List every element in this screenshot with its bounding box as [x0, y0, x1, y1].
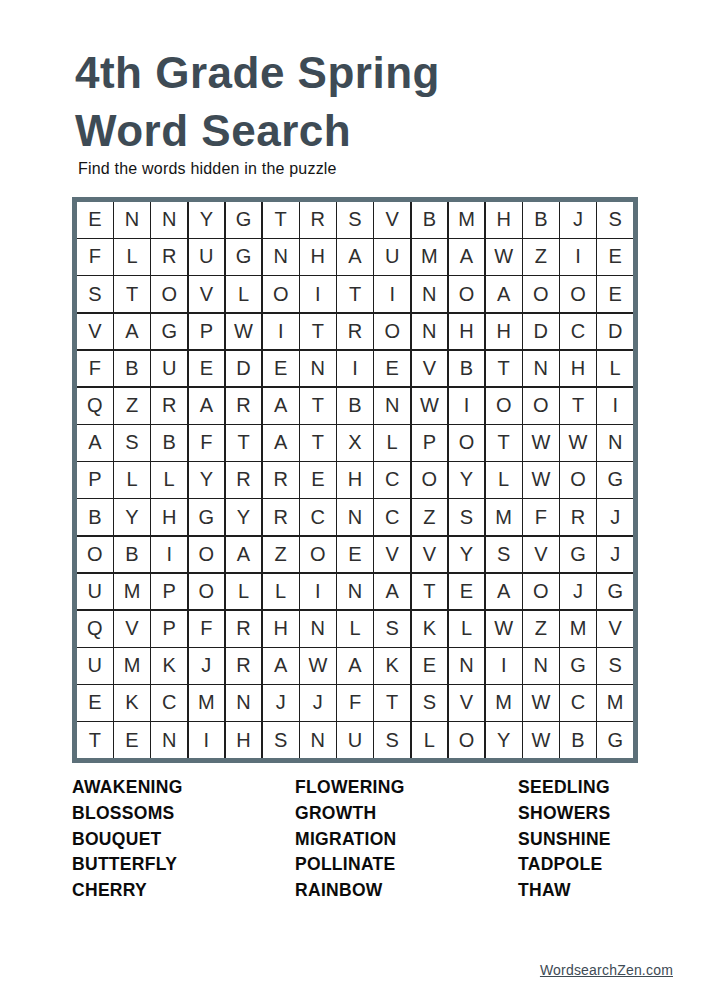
grid-cell-r1c6: T: [263, 202, 299, 238]
grid-cell-r15c8: U: [337, 722, 373, 758]
grid-cell-r2c3: R: [151, 239, 187, 275]
grid-cell-r10c14: G: [560, 537, 596, 573]
grid-cell-r15c1: T: [77, 722, 113, 758]
grid-cell-r14c8: F: [337, 685, 373, 721]
grid-cell-r4c13: D: [523, 314, 559, 350]
grid-cell-r3c13: O: [523, 276, 559, 312]
grid-cell-r2c4: U: [189, 239, 225, 275]
grid-cell-r2c7: H: [300, 239, 336, 275]
grid-cell-r10c15: J: [597, 537, 633, 573]
grid-cell-r5c2: B: [114, 351, 150, 387]
grid-cell-r5c4: E: [189, 351, 225, 387]
grid-cell-r6c6: A: [263, 388, 299, 424]
grid-cell-r11c9: A: [374, 574, 410, 610]
grid-cell-r14c15: M: [597, 685, 633, 721]
grid-cell-r12c7: N: [300, 611, 336, 647]
grid-cell-r14c10: S: [412, 685, 448, 721]
grid-cell-r3c7: I: [300, 276, 336, 312]
grid-cell-r10c11: Y: [449, 537, 485, 573]
grid-cell-r7c9: L: [374, 425, 410, 461]
grid-cell-r10c9: V: [374, 537, 410, 573]
grid-cell-r8c10: O: [412, 462, 448, 498]
grid-cell-r12c12: W: [486, 611, 522, 647]
grid-cell-r9c8: N: [337, 499, 373, 535]
grid-cell-r4c10: N: [412, 314, 448, 350]
grid-cell-r4c14: C: [560, 314, 596, 350]
grid-cell-r8c1: P: [77, 462, 113, 498]
grid-cell-r4c4: P: [189, 314, 225, 350]
grid-cell-r9c13: F: [523, 499, 559, 535]
grid-cell-r15c11: O: [449, 722, 485, 758]
grid-cell-r4c11: H: [449, 314, 485, 350]
grid-cell-r5c11: B: [449, 351, 485, 387]
grid-cell-r10c2: B: [114, 537, 150, 573]
grid-cell-r8c3: L: [151, 462, 187, 498]
grid-cell-r1c2: N: [114, 202, 150, 238]
word-item: BOUQUET: [72, 827, 295, 853]
grid-cell-r15c13: W: [523, 722, 559, 758]
grid-cell-r12c4: F: [189, 611, 225, 647]
grid-cell-r5c1: F: [77, 351, 113, 387]
grid-cell-r12c1: Q: [77, 611, 113, 647]
grid-cell-r5c8: I: [337, 351, 373, 387]
grid-cell-r3c14: O: [560, 276, 596, 312]
grid-cell-r7c3: B: [151, 425, 187, 461]
page-title-line2: Word Search: [75, 102, 440, 160]
grid-cell-r13c14: G: [560, 648, 596, 684]
grid-cell-r2c14: I: [560, 239, 596, 275]
grid-cell-r5c3: U: [151, 351, 187, 387]
grid-cell-r11c14: J: [560, 574, 596, 610]
grid-cell-r11c2: M: [114, 574, 150, 610]
grid-cell-r6c11: I: [449, 388, 485, 424]
grid-cell-r4c6: I: [263, 314, 299, 350]
grid-cell-r7c12: T: [486, 425, 522, 461]
word-list-column-2: FLOWERINGGROWTHMIGRATIONPOLLINATERAINBOW: [295, 775, 518, 904]
grid-cell-r10c12: S: [486, 537, 522, 573]
grid-cell-r11c8: N: [337, 574, 373, 610]
grid-cell-r2c1: F: [77, 239, 113, 275]
grid-cell-r6c9: N: [374, 388, 410, 424]
grid-cell-r8c6: R: [263, 462, 299, 498]
grid-cell-r14c9: T: [374, 685, 410, 721]
grid-cell-r15c6: S: [263, 722, 299, 758]
grid-cell-r13c1: U: [77, 648, 113, 684]
grid-cell-r14c11: V: [449, 685, 485, 721]
grid-cell-r8c4: Y: [189, 462, 225, 498]
grid-cell-r15c9: S: [374, 722, 410, 758]
grid-cell-r6c12: O: [486, 388, 522, 424]
grid-cell-r8c14: O: [560, 462, 596, 498]
grid-cell-r1c3: N: [151, 202, 187, 238]
grid-cell-r8c7: E: [300, 462, 336, 498]
grid-cell-r9c1: B: [77, 499, 113, 535]
grid-cell-r5c6: E: [263, 351, 299, 387]
grid-cell-r11c10: T: [412, 574, 448, 610]
grid-cell-r10c4: O: [189, 537, 225, 573]
grid-cell-r3c10: N: [412, 276, 448, 312]
grid-cell-r4c2: A: [114, 314, 150, 350]
grid-cell-r8c2: L: [114, 462, 150, 498]
grid-cell-r2c15: E: [597, 239, 633, 275]
grid-cell-r8c8: H: [337, 462, 373, 498]
grid-cell-r9c3: H: [151, 499, 187, 535]
grid-cell-r4c7: T: [300, 314, 336, 350]
grid-cell-r7c8: X: [337, 425, 373, 461]
grid-cell-r13c15: S: [597, 648, 633, 684]
grid-cell-r1c12: H: [486, 202, 522, 238]
grid-cell-r5c7: N: [300, 351, 336, 387]
grid-cell-r9c15: J: [597, 499, 633, 535]
grid-cell-r5c9: E: [374, 351, 410, 387]
grid-cell-r8c9: C: [374, 462, 410, 498]
grid-cell-r2c2: L: [114, 239, 150, 275]
grid-cell-r11c3: P: [151, 574, 187, 610]
grid-cell-r5c13: N: [523, 351, 559, 387]
grid-cell-r11c15: G: [597, 574, 633, 610]
grid-cell-r12c13: Z: [523, 611, 559, 647]
grid-cell-r6c4: A: [189, 388, 225, 424]
grid-cell-r4c5: W: [226, 314, 262, 350]
grid-cell-r3c1: S: [77, 276, 113, 312]
grid-cell-r6c15: I: [597, 388, 633, 424]
grid-cell-r7c5: T: [226, 425, 262, 461]
grid-cell-r4c12: H: [486, 314, 522, 350]
grid-cell-r14c3: C: [151, 685, 187, 721]
grid-cell-r10c13: V: [523, 537, 559, 573]
grid-cell-r7c7: T: [300, 425, 336, 461]
word-search-board-frame: ENNYGTRSVBMHBJSFLRUGNHAUMAWZIESTOVLOITIN…: [72, 197, 638, 763]
grid-cell-r12c8: L: [337, 611, 373, 647]
grid-cell-r9c9: C: [374, 499, 410, 535]
grid-cell-r8c5: R: [226, 462, 262, 498]
grid-cell-r3c2: T: [114, 276, 150, 312]
grid-cell-r3c6: O: [263, 276, 299, 312]
grid-cell-r11c7: I: [300, 574, 336, 610]
grid-cell-r11c13: O: [523, 574, 559, 610]
page-title: 4th Grade Spring Word Search: [75, 44, 440, 160]
grid-cell-r12c10: K: [412, 611, 448, 647]
word-item: BLOSSOMS: [72, 801, 295, 827]
grid-cell-r3c5: L: [226, 276, 262, 312]
grid-cell-r1c14: J: [560, 202, 596, 238]
grid-cell-r6c3: R: [151, 388, 187, 424]
grid-cell-r8c15: G: [597, 462, 633, 498]
grid-cell-r1c1: E: [77, 202, 113, 238]
grid-cell-r13c4: J: [189, 648, 225, 684]
grid-cell-r14c6: J: [263, 685, 299, 721]
grid-cell-r1c11: M: [449, 202, 485, 238]
grid-cell-r14c14: C: [560, 685, 596, 721]
grid-cell-r7c10: P: [412, 425, 448, 461]
grid-cell-r7c1: A: [77, 425, 113, 461]
grid-cell-r1c4: Y: [189, 202, 225, 238]
grid-cell-r9c2: Y: [114, 499, 150, 535]
grid-cell-r13c10: E: [412, 648, 448, 684]
grid-cell-r6c13: O: [523, 388, 559, 424]
grid-cell-r9c12: M: [486, 499, 522, 535]
grid-cell-r15c4: I: [189, 722, 225, 758]
grid-cell-r14c1: E: [77, 685, 113, 721]
grid-cell-r9c6: R: [263, 499, 299, 535]
word-search-grid: ENNYGTRSVBMHBJSFLRUGNHAUMAWZIESTOVLOITIN…: [77, 202, 633, 758]
site-link[interactable]: WordsearchZen.com: [540, 962, 673, 978]
grid-cell-r7c2: S: [114, 425, 150, 461]
grid-cell-r14c12: M: [486, 685, 522, 721]
grid-cell-r12c2: V: [114, 611, 150, 647]
grid-cell-r5c12: T: [486, 351, 522, 387]
grid-cell-r11c5: L: [226, 574, 262, 610]
grid-cell-r10c8: E: [337, 537, 373, 573]
grid-cell-r13c8: A: [337, 648, 373, 684]
grid-cell-r5c5: D: [226, 351, 262, 387]
grid-cell-r12c9: S: [374, 611, 410, 647]
grid-cell-r4c9: O: [374, 314, 410, 350]
grid-cell-r13c5: R: [226, 648, 262, 684]
grid-cell-r14c2: K: [114, 685, 150, 721]
grid-cell-r1c13: B: [523, 202, 559, 238]
grid-cell-r2c8: A: [337, 239, 373, 275]
word-list-column-1: AWAKENINGBLOSSOMSBOUQUETBUTTERFLYCHERRY: [72, 775, 295, 904]
grid-cell-r14c5: N: [226, 685, 262, 721]
word-item: AWAKENING: [72, 775, 295, 801]
grid-cell-r4c15: D: [597, 314, 633, 350]
word-item: POLLINATE: [295, 852, 518, 878]
grid-cell-r15c10: L: [412, 722, 448, 758]
grid-cell-r15c7: N: [300, 722, 336, 758]
word-item: SUNSHINE: [518, 827, 678, 853]
grid-cell-r2c11: A: [449, 239, 485, 275]
word-item: FLOWERING: [295, 775, 518, 801]
word-item: BUTTERFLY: [72, 852, 295, 878]
grid-cell-r13c2: M: [114, 648, 150, 684]
grid-cell-r10c5: A: [226, 537, 262, 573]
grid-cell-r12c11: L: [449, 611, 485, 647]
page-subtitle: Find the words hidden in the puzzle: [78, 160, 337, 178]
grid-cell-r10c7: O: [300, 537, 336, 573]
grid-cell-r12c6: H: [263, 611, 299, 647]
word-item: CHERRY: [72, 878, 295, 904]
grid-cell-r15c14: B: [560, 722, 596, 758]
grid-cell-r6c10: W: [412, 388, 448, 424]
grid-cell-r7c13: W: [523, 425, 559, 461]
grid-cell-r6c7: T: [300, 388, 336, 424]
grid-cell-r6c8: B: [337, 388, 373, 424]
grid-cell-r15c2: E: [114, 722, 150, 758]
grid-cell-r13c6: A: [263, 648, 299, 684]
page-title-line1: 4th Grade Spring: [75, 44, 440, 102]
grid-cell-r8c12: L: [486, 462, 522, 498]
grid-cell-r7c4: F: [189, 425, 225, 461]
grid-cell-r2c12: W: [486, 239, 522, 275]
grid-cell-r5c10: V: [412, 351, 448, 387]
grid-cell-r1c5: G: [226, 202, 262, 238]
grid-cell-r13c11: N: [449, 648, 485, 684]
grid-cell-r2c6: N: [263, 239, 299, 275]
grid-cell-r13c3: K: [151, 648, 187, 684]
grid-cell-r1c9: V: [374, 202, 410, 238]
grid-cell-r10c10: V: [412, 537, 448, 573]
grid-cell-r4c3: G: [151, 314, 187, 350]
grid-cell-r3c15: E: [597, 276, 633, 312]
grid-cell-r3c9: I: [374, 276, 410, 312]
word-item: THAW: [518, 878, 678, 904]
grid-cell-r9c4: G: [189, 499, 225, 535]
grid-cell-r4c8: R: [337, 314, 373, 350]
grid-cell-r13c12: I: [486, 648, 522, 684]
grid-cell-r3c3: O: [151, 276, 187, 312]
grid-cell-r13c9: K: [374, 648, 410, 684]
grid-cell-r2c5: G: [226, 239, 262, 275]
grid-cell-r7c11: O: [449, 425, 485, 461]
grid-cell-r14c4: M: [189, 685, 225, 721]
grid-cell-r8c13: W: [523, 462, 559, 498]
grid-cell-r7c15: N: [597, 425, 633, 461]
grid-cell-r10c1: O: [77, 537, 113, 573]
word-item: TADPOLE: [518, 852, 678, 878]
word-item: SHOWERS: [518, 801, 678, 827]
grid-cell-r15c5: H: [226, 722, 262, 758]
grid-cell-r13c7: W: [300, 648, 336, 684]
grid-cell-r1c10: B: [412, 202, 448, 238]
grid-cell-r11c4: O: [189, 574, 225, 610]
word-item: RAINBOW: [295, 878, 518, 904]
grid-cell-r15c12: Y: [486, 722, 522, 758]
grid-cell-r4c1: V: [77, 314, 113, 350]
grid-cell-r3c8: T: [337, 276, 373, 312]
grid-cell-r3c12: A: [486, 276, 522, 312]
grid-cell-r5c15: L: [597, 351, 633, 387]
grid-cell-r6c1: Q: [77, 388, 113, 424]
word-item: SEEDLING: [518, 775, 678, 801]
grid-cell-r11c12: A: [486, 574, 522, 610]
grid-cell-r3c4: V: [189, 276, 225, 312]
grid-cell-r9c10: Z: [412, 499, 448, 535]
grid-cell-r9c7: C: [300, 499, 336, 535]
grid-cell-r1c7: R: [300, 202, 336, 238]
grid-cell-r15c3: N: [151, 722, 187, 758]
grid-cell-r6c14: T: [560, 388, 596, 424]
grid-cell-r11c1: U: [77, 574, 113, 610]
grid-cell-r3c11: O: [449, 276, 485, 312]
grid-cell-r10c6: Z: [263, 537, 299, 573]
grid-cell-r12c15: V: [597, 611, 633, 647]
grid-cell-r12c14: M: [560, 611, 596, 647]
grid-cell-r1c15: S: [597, 202, 633, 238]
grid-cell-r11c6: L: [263, 574, 299, 610]
grid-cell-r1c8: S: [337, 202, 373, 238]
grid-cell-r7c14: W: [560, 425, 596, 461]
grid-cell-r9c14: R: [560, 499, 596, 535]
word-list-column-3: SEEDLINGSHOWERSSUNSHINETADPOLETHAW: [518, 775, 678, 904]
word-item: GROWTH: [295, 801, 518, 827]
grid-cell-r9c5: Y: [226, 499, 262, 535]
grid-cell-r12c5: R: [226, 611, 262, 647]
grid-cell-r6c5: R: [226, 388, 262, 424]
grid-cell-r2c13: Z: [523, 239, 559, 275]
grid-cell-r8c11: Y: [449, 462, 485, 498]
grid-cell-r7c6: A: [263, 425, 299, 461]
grid-cell-r14c7: J: [300, 685, 336, 721]
grid-cell-r12c3: P: [151, 611, 187, 647]
grid-cell-r14c13: W: [523, 685, 559, 721]
grid-cell-r10c3: I: [151, 537, 187, 573]
grid-cell-r9c11: S: [449, 499, 485, 535]
grid-cell-r2c10: M: [412, 239, 448, 275]
word-list: AWAKENINGBLOSSOMSBOUQUETBUTTERFLYCHERRYF…: [72, 775, 678, 904]
grid-cell-r13c13: N: [523, 648, 559, 684]
word-item: MIGRATION: [295, 827, 518, 853]
grid-cell-r11c11: E: [449, 574, 485, 610]
grid-cell-r15c15: G: [597, 722, 633, 758]
grid-cell-r6c2: Z: [114, 388, 150, 424]
grid-cell-r2c9: U: [374, 239, 410, 275]
grid-cell-r5c14: H: [560, 351, 596, 387]
